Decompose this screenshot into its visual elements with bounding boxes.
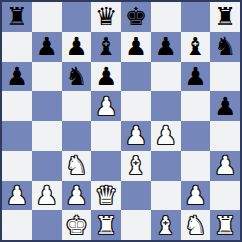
black-pawn[interactable]: ♟ — [154, 34, 176, 59]
square-c3[interactable]: ♞ — [62, 151, 92, 181]
white-knight[interactable]: ♞ — [184, 213, 206, 238]
black-pawn[interactable]: ♟ — [125, 34, 147, 59]
white-queen[interactable]: ♛ — [95, 183, 117, 208]
square-f6[interactable] — [151, 62, 181, 92]
square-c5[interactable] — [62, 91, 92, 121]
square-h5[interactable]: ♟ — [210, 91, 240, 121]
square-d3[interactable] — [91, 151, 121, 181]
square-d8[interactable]: ♛ — [91, 2, 121, 32]
square-b3[interactable] — [32, 151, 62, 181]
square-f7[interactable]: ♟ — [151, 32, 181, 62]
square-e3[interactable]: ♝ — [121, 151, 151, 181]
white-pawn[interactable]: ♟ — [95, 94, 117, 119]
square-f4[interactable]: ♟ — [151, 121, 181, 151]
square-f2[interactable] — [151, 181, 181, 211]
square-e4[interactable]: ♟ — [121, 121, 151, 151]
square-h7[interactable]: ♞ — [210, 32, 240, 62]
square-a4[interactable] — [2, 121, 32, 151]
black-pawn[interactable]: ♟ — [95, 64, 117, 89]
black-king[interactable]: ♚ — [125, 4, 147, 29]
square-b5[interactable] — [32, 91, 62, 121]
square-b1[interactable] — [32, 210, 62, 240]
white-bishop[interactable]: ♝ — [154, 213, 176, 238]
square-a1[interactable] — [2, 210, 32, 240]
square-g5[interactable] — [181, 91, 211, 121]
square-d4[interactable] — [91, 121, 121, 151]
chess-board-container: ♜♛♚♜♟♟♝♟♟♝♞♟♞♟♟♟♟♟♟♞♝♟♟♟♟♛♟♚♜♝♞♜ — [0, 0, 242, 242]
black-rook[interactable]: ♜ — [6, 4, 28, 29]
black-bishop[interactable]: ♝ — [95, 34, 117, 59]
square-e6[interactable] — [121, 62, 151, 92]
white-rook[interactable]: ♜ — [95, 213, 117, 238]
square-d2[interactable]: ♛ — [91, 181, 121, 211]
black-pawn[interactable]: ♟ — [214, 94, 236, 119]
square-d1[interactable]: ♜ — [91, 210, 121, 240]
white-pawn[interactable]: ♟ — [154, 123, 176, 148]
square-g8[interactable] — [181, 2, 211, 32]
square-b8[interactable] — [32, 2, 62, 32]
square-b2[interactable]: ♟ — [32, 181, 62, 211]
square-b7[interactable]: ♟ — [32, 32, 62, 62]
black-queen[interactable]: ♛ — [95, 4, 117, 29]
square-g6[interactable]: ♟ — [181, 62, 211, 92]
square-h1[interactable]: ♜ — [210, 210, 240, 240]
black-pawn[interactable]: ♟ — [35, 34, 57, 59]
square-d5[interactable]: ♟ — [91, 91, 121, 121]
black-knight[interactable]: ♞ — [214, 34, 236, 59]
square-a3[interactable] — [2, 151, 32, 181]
square-g3[interactable] — [181, 151, 211, 181]
black-pawn[interactable]: ♟ — [6, 64, 28, 89]
square-g7[interactable]: ♝ — [181, 32, 211, 62]
square-e7[interactable]: ♟ — [121, 32, 151, 62]
square-f8[interactable] — [151, 2, 181, 32]
square-g2[interactable]: ♟ — [181, 181, 211, 211]
square-a7[interactable] — [2, 32, 32, 62]
square-a6[interactable]: ♟ — [2, 62, 32, 92]
white-pawn[interactable]: ♟ — [184, 183, 206, 208]
white-pawn[interactable]: ♟ — [65, 183, 87, 208]
black-rook[interactable]: ♜ — [214, 4, 236, 29]
white-king[interactable]: ♚ — [65, 213, 87, 238]
white-bishop[interactable]: ♝ — [125, 153, 147, 178]
square-a8[interactable]: ♜ — [2, 2, 32, 32]
square-c1[interactable]: ♚ — [62, 210, 92, 240]
white-pawn[interactable]: ♟ — [125, 123, 147, 148]
square-e1[interactable] — [121, 210, 151, 240]
square-h8[interactable]: ♜ — [210, 2, 240, 32]
square-c6[interactable]: ♞ — [62, 62, 92, 92]
square-c4[interactable] — [62, 121, 92, 151]
square-c8[interactable] — [62, 2, 92, 32]
square-e8[interactable]: ♚ — [121, 2, 151, 32]
square-g4[interactable] — [181, 121, 211, 151]
square-e2[interactable] — [121, 181, 151, 211]
square-b6[interactable] — [32, 62, 62, 92]
square-b4[interactable] — [32, 121, 62, 151]
square-h4[interactable] — [210, 121, 240, 151]
square-d7[interactable]: ♝ — [91, 32, 121, 62]
square-c2[interactable]: ♟ — [62, 181, 92, 211]
square-f1[interactable]: ♝ — [151, 210, 181, 240]
white-pawn[interactable]: ♟ — [35, 183, 57, 208]
white-rook[interactable]: ♜ — [214, 213, 236, 238]
square-g1[interactable]: ♞ — [181, 210, 211, 240]
black-knight[interactable]: ♞ — [65, 64, 87, 89]
square-h3[interactable]: ♟ — [210, 151, 240, 181]
square-h6[interactable] — [210, 62, 240, 92]
black-pawn[interactable]: ♟ — [184, 64, 206, 89]
square-e5[interactable] — [121, 91, 151, 121]
square-c7[interactable]: ♟ — [62, 32, 92, 62]
black-bishop[interactable]: ♝ — [184, 34, 206, 59]
square-d6[interactable]: ♟ — [91, 62, 121, 92]
white-pawn[interactable]: ♟ — [214, 153, 236, 178]
white-knight[interactable]: ♞ — [65, 153, 87, 178]
square-a2[interactable]: ♟ — [2, 181, 32, 211]
square-f3[interactable] — [151, 151, 181, 181]
white-pawn[interactable]: ♟ — [6, 183, 28, 208]
chess-board: ♜♛♚♜♟♟♝♟♟♝♞♟♞♟♟♟♟♟♟♞♝♟♟♟♟♛♟♚♜♝♞♜ — [0, 0, 242, 242]
square-a5[interactable] — [2, 91, 32, 121]
square-h2[interactable] — [210, 181, 240, 211]
square-f5[interactable] — [151, 91, 181, 121]
black-pawn[interactable]: ♟ — [65, 34, 87, 59]
